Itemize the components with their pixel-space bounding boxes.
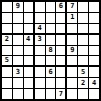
cell-r7c4[interactable] [35, 67, 45, 77]
cell-r4c1[interactable]: 2 [2, 35, 12, 45]
cell-r8c3[interactable] [24, 78, 34, 88]
cell-r8c2[interactable] [13, 78, 23, 88]
sudoku-grid: 96714243895365247 [2, 2, 99, 99]
cell-r8c9[interactable]: 4 [89, 78, 99, 88]
cell-r4c8[interactable] [78, 35, 88, 45]
cell-r3c8[interactable] [78, 24, 88, 34]
cell-r9c6[interactable]: 7 [56, 89, 66, 99]
cell-r8c5[interactable] [46, 78, 56, 88]
cell-r1c6[interactable]: 6 [56, 2, 66, 12]
cell-r6c2[interactable] [13, 56, 23, 66]
cell-r8c6[interactable] [56, 78, 66, 88]
cell-r6c9[interactable] [89, 56, 99, 66]
cell-r8c1[interactable] [2, 78, 12, 88]
cell-r5c9[interactable] [89, 46, 99, 56]
cell-r3c2[interactable] [13, 24, 23, 34]
cell-r2c4[interactable] [35, 13, 45, 23]
cell-r3c6[interactable] [56, 24, 66, 34]
sudoku-board: 96714243895365247 [0, 0, 101, 101]
cell-r8c8[interactable]: 2 [78, 78, 88, 88]
cell-r4c2[interactable] [13, 35, 23, 45]
cell-r5c8[interactable] [78, 46, 88, 56]
cell-r9c1[interactable] [2, 89, 12, 99]
cell-r9c4[interactable] [35, 89, 45, 99]
cell-r6c5[interactable] [46, 56, 56, 66]
cell-r5c4[interactable] [35, 46, 45, 56]
cell-r5c1[interactable] [2, 46, 12, 56]
cell-r7c5[interactable]: 6 [46, 67, 56, 77]
cell-r7c1[interactable] [2, 67, 12, 77]
cell-r4c6[interactable] [56, 35, 66, 45]
cell-r9c3[interactable] [24, 89, 34, 99]
cell-r2c5[interactable] [46, 13, 56, 23]
cell-r8c4[interactable] [35, 78, 45, 88]
cell-r2c3[interactable] [24, 13, 34, 23]
cell-r2c6[interactable] [56, 13, 66, 23]
cell-r6c1[interactable]: 5 [2, 56, 12, 66]
cell-r8c7[interactable] [67, 78, 77, 88]
cell-r7c2[interactable]: 3 [13, 67, 23, 77]
cell-r3c3[interactable] [24, 24, 34, 34]
cell-r4c5[interactable] [46, 35, 56, 45]
cell-r2c1[interactable] [2, 13, 12, 23]
cell-r3c7[interactable] [67, 24, 77, 34]
cell-r2c7[interactable]: 1 [67, 13, 77, 23]
cell-r1c2[interactable]: 9 [13, 2, 23, 12]
cell-r9c9[interactable] [89, 89, 99, 99]
cell-r4c7[interactable] [67, 35, 77, 45]
cell-r4c9[interactable] [89, 35, 99, 45]
cell-r6c7[interactable] [67, 56, 77, 66]
cell-r6c6[interactable] [56, 56, 66, 66]
cell-r7c9[interactable] [89, 67, 99, 77]
cell-r9c8[interactable] [78, 89, 88, 99]
cell-r7c8[interactable]: 5 [78, 67, 88, 77]
cell-r1c7[interactable]: 7 [67, 2, 77, 12]
cell-r9c2[interactable] [13, 89, 23, 99]
cell-r3c4[interactable]: 4 [35, 24, 45, 34]
cell-r9c7[interactable] [67, 89, 77, 99]
cell-r4c4[interactable]: 3 [35, 35, 45, 45]
cell-r3c5[interactable] [46, 24, 56, 34]
cell-r1c9[interactable] [89, 2, 99, 12]
cell-r9c5[interactable] [46, 89, 56, 99]
cell-r6c3[interactable] [24, 56, 34, 66]
cell-r1c5[interactable] [46, 2, 56, 12]
cell-r3c9[interactable] [89, 24, 99, 34]
cell-r2c2[interactable] [13, 13, 23, 23]
cell-r7c7[interactable] [67, 67, 77, 77]
cell-r7c6[interactable] [56, 67, 66, 77]
cell-r2c8[interactable] [78, 13, 88, 23]
cell-r6c4[interactable] [35, 56, 45, 66]
cell-r1c8[interactable] [78, 2, 88, 12]
cell-r2c9[interactable] [89, 13, 99, 23]
cell-r5c7[interactable]: 9 [67, 46, 77, 56]
cell-r7c3[interactable] [24, 67, 34, 77]
cell-r5c2[interactable] [13, 46, 23, 56]
cell-r1c3[interactable] [24, 2, 34, 12]
cell-r4c3[interactable]: 4 [24, 35, 34, 45]
cell-r5c6[interactable] [56, 46, 66, 56]
cell-r1c4[interactable] [35, 2, 45, 12]
cell-r6c8[interactable] [78, 56, 88, 66]
cell-r3c1[interactable] [2, 24, 12, 34]
cell-r5c3[interactable] [24, 46, 34, 56]
cell-r5c5[interactable]: 8 [46, 46, 56, 56]
cell-r1c1[interactable] [2, 2, 12, 12]
